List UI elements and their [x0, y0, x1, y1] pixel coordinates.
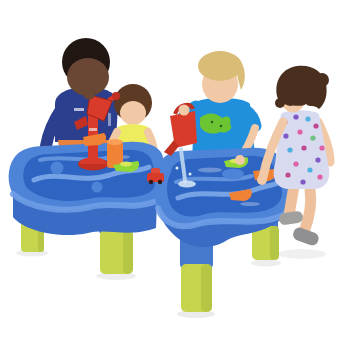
girl-right-hair-bun [315, 73, 329, 87]
dino-spot [211, 121, 214, 124]
leg-shade [201, 264, 212, 312]
girl-center-face [120, 101, 146, 125]
floral-dot [313, 123, 318, 128]
rashguard-side-print [108, 112, 111, 126]
water-droplet [189, 173, 192, 176]
dinosaur-graphic [200, 114, 231, 134]
floral-dot [319, 145, 324, 150]
floral-dot [297, 129, 302, 134]
floral-dot [287, 147, 292, 152]
red-car-wheel [158, 180, 162, 184]
dino-spot [220, 125, 223, 128]
girl-right-hand-on-boat [257, 175, 267, 185]
rashguard-chest-logo [74, 108, 84, 111]
leg-shade [270, 226, 279, 260]
floral-dot [307, 167, 312, 172]
boy-left-hand-on-pump [83, 87, 96, 100]
floral-dot [317, 174, 322, 179]
left-basin-island [51, 162, 64, 175]
water-splash [178, 181, 196, 188]
floral-dot [293, 161, 298, 166]
floral-dot [293, 114, 298, 119]
water-glint [198, 168, 222, 173]
green-boat-deck [120, 162, 132, 167]
floral-dot [285, 172, 290, 177]
pump-stripe [89, 128, 97, 131]
girl-right-hair-curl [275, 98, 285, 108]
boy-blond-hand-on-can [179, 105, 190, 116]
floral-dot [305, 116, 310, 121]
pump-lever-knob [112, 92, 120, 100]
girl-right-shadow [278, 249, 326, 259]
floral-dot [300, 179, 305, 184]
product-photo [0, 0, 350, 341]
left-basin-island [92, 182, 103, 193]
floral-dot [310, 135, 315, 140]
red-car-wheel [149, 180, 153, 184]
girl-right-front-leg [289, 186, 294, 216]
water-droplet [176, 167, 179, 170]
floral-dot [301, 145, 306, 150]
scene-illustration [0, 0, 350, 341]
orange-cup-top [107, 139, 123, 145]
water-glint [240, 202, 260, 206]
leg-shade [123, 230, 133, 274]
boy-blond-hand-on-boat [235, 155, 245, 165]
right-basin-island [222, 169, 244, 180]
floral-dot [283, 133, 288, 138]
floral-dot [315, 157, 320, 162]
leg-shadow [251, 260, 281, 267]
